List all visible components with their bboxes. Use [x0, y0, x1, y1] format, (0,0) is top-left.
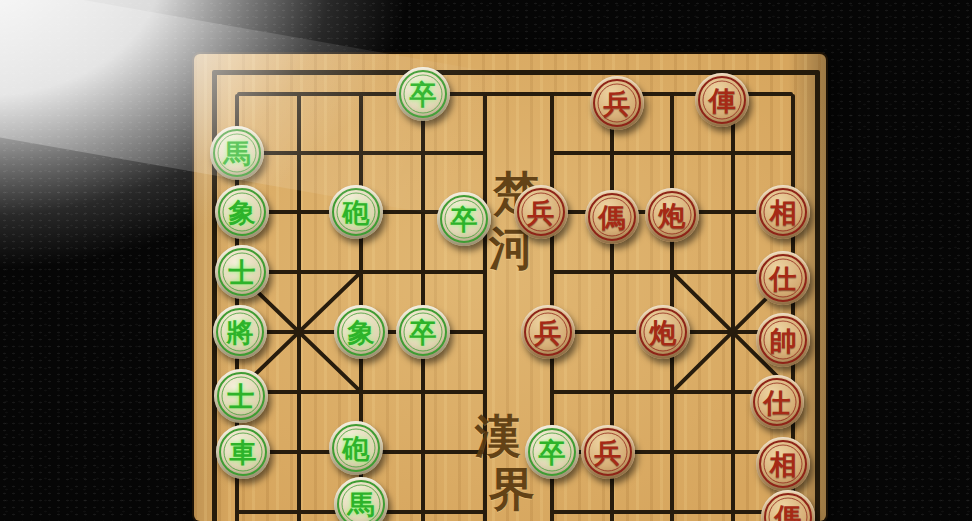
piece-glyph: 砲 [343, 435, 370, 462]
piece-glyph: 兵 [595, 439, 622, 466]
piece-ring: 士 [218, 248, 266, 296]
piece-ring: 俥 [698, 76, 746, 124]
piece-glyph: 卒 [410, 81, 437, 108]
piece-green-cannon-r3f3[interactable]: 砲 [329, 185, 383, 239]
piece-ring: 象 [218, 188, 266, 236]
piece-green-horse-r1f2[interactable]: 馬 [210, 126, 264, 180]
piece-ring: 卒 [399, 70, 447, 118]
piece-ring: 相 [759, 440, 807, 488]
piece-ring: 相 [759, 188, 807, 236]
piece-glyph: 相 [770, 451, 797, 478]
piece-ring: 兵 [517, 188, 565, 236]
piece-glyph: 車 [230, 439, 257, 466]
piece-glyph: 砲 [343, 199, 370, 226]
piece-red-general-r10f5[interactable]: 帥 [756, 313, 810, 367]
piece-glyph: 帥 [770, 327, 797, 354]
piece-ring: 傌 [764, 493, 812, 521]
piece-red-chariot-r9f1[interactable]: 俥 [695, 73, 749, 127]
piece-glyph: 炮 [650, 319, 677, 346]
piece-ring: 卒 [399, 308, 447, 356]
piece-ring: 炮 [648, 191, 696, 239]
piece-red-horse-r7f3[interactable]: 傌 [585, 190, 639, 244]
piece-glyph: 將 [227, 319, 254, 346]
piece-red-elephant-r10f7[interactable]: 相 [756, 437, 810, 491]
piece-red-soldier-r6f3[interactable]: 兵 [514, 185, 568, 239]
piece-glyph: 象 [348, 319, 375, 346]
piece-glyph: 士 [229, 259, 256, 286]
piece-green-soldier-r6f7[interactable]: 卒 [525, 425, 579, 479]
scene: 楚 河 漢 界 卒馬象砲卒士將象卒士車砲卒馬兵俥兵傌炮相仕兵炮帥仕兵相傌 [0, 0, 972, 521]
grid-line [297, 94, 301, 521]
point-marker [409, 438, 437, 466]
piece-green-soldier-r5f3[interactable]: 卒 [437, 192, 491, 246]
point-marker [658, 139, 686, 167]
piece-glyph: 仕 [770, 265, 797, 292]
piece-ring: 馬 [213, 129, 261, 177]
piece-green-advisor-r1f4[interactable]: 士 [215, 245, 269, 299]
grid-line [731, 94, 735, 521]
piece-ring: 馬 [337, 480, 385, 521]
piece-glyph: 俥 [709, 87, 736, 114]
piece-glyph: 兵 [528, 199, 555, 226]
piece-red-advisor-r10f4[interactable]: 仕 [756, 251, 810, 305]
piece-ring: 傌 [588, 193, 636, 241]
piece-red-elephant-r10f3[interactable]: 相 [756, 185, 810, 239]
piece-green-elephant-r1f3[interactable]: 象 [215, 185, 269, 239]
piece-green-cannon-r3f7[interactable]: 砲 [329, 421, 383, 475]
piece-glyph: 傌 [599, 204, 626, 231]
piece-ring: 卒 [528, 428, 576, 476]
piece-glyph: 象 [229, 199, 256, 226]
piece-glyph: 卒 [451, 206, 478, 233]
piece-green-soldier-r4f5[interactable]: 卒 [396, 305, 450, 359]
piece-red-advisor-r10f6[interactable]: 仕 [750, 375, 804, 429]
piece-ring: 砲 [332, 188, 380, 236]
piece-red-soldier-r7f1[interactable]: 兵 [590, 76, 644, 130]
piece-ring: 象 [337, 308, 385, 356]
piece-ring: 仕 [753, 378, 801, 426]
piece-glyph: 傌 [775, 504, 802, 521]
piece-red-soldier-r7f7[interactable]: 兵 [581, 425, 635, 479]
piece-red-soldier-r6f5[interactable]: 兵 [521, 305, 575, 359]
piece-glyph: 卒 [539, 439, 566, 466]
piece-green-general-r1f5[interactable]: 將 [213, 305, 267, 359]
piece-green-chariot-r1f7[interactable]: 車 [216, 425, 270, 479]
piece-glyph: 相 [770, 199, 797, 226]
point-marker [598, 318, 626, 346]
piece-glyph: 兵 [604, 90, 631, 117]
piece-ring: 將 [216, 308, 264, 356]
piece-green-advisor-r1f6[interactable]: 士 [214, 369, 268, 423]
piece-ring: 砲 [332, 424, 380, 472]
point-marker [409, 198, 437, 226]
piece-ring: 卒 [440, 195, 488, 243]
piece-glyph: 炮 [659, 202, 686, 229]
piece-green-soldier-r4f1[interactable]: 卒 [396, 67, 450, 121]
piece-ring: 兵 [584, 428, 632, 476]
piece-ring: 兵 [593, 79, 641, 127]
piece-ring: 車 [219, 428, 267, 476]
piece-ring: 仕 [759, 254, 807, 302]
piece-glyph: 卒 [410, 319, 437, 346]
piece-red-cannon-r8f5[interactable]: 炮 [636, 305, 690, 359]
point-marker [658, 498, 686, 521]
piece-ring: 帥 [759, 316, 807, 364]
piece-ring: 炮 [639, 308, 687, 356]
piece-glyph: 馬 [348, 491, 375, 518]
piece-green-elephant-r3f5[interactable]: 象 [334, 305, 388, 359]
piece-glyph: 馬 [224, 140, 251, 167]
piece-ring: 士 [217, 372, 265, 420]
piece-glyph: 士 [228, 383, 255, 410]
piece-ring: 兵 [524, 308, 572, 356]
piece-red-cannon-r8f3[interactable]: 炮 [645, 188, 699, 242]
point-marker [347, 139, 375, 167]
piece-glyph: 兵 [535, 319, 562, 346]
piece-glyph: 仕 [764, 389, 791, 416]
